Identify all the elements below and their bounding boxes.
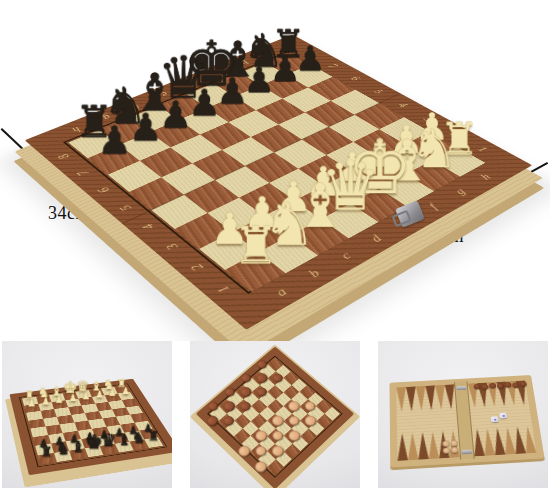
backgammon-point <box>492 427 505 455</box>
board-face: aabbccddeeffgghh1122334455667788 ♜♞♝♛♚♝♞… <box>25 34 532 329</box>
backgammon-point <box>407 432 418 460</box>
backgammon-checker-light <box>451 447 459 453</box>
main-photo-chess-board: 34cm 34cm aabbccddeeffgghh11223344556677… <box>0 0 550 341</box>
thumbnail-chess-setup[interactable]: ♜♞♝♛♚♝♞♜♟♟♟♟♟♟♟♟♟♟♟♟♟♟♟♟♜♞♝♛♚♝♞♜ <box>2 341 172 488</box>
backgammon-point <box>472 429 485 457</box>
backgammon-point <box>482 428 495 456</box>
checker-dark-g7 <box>255 372 269 385</box>
checker-dark-f8 <box>239 372 253 385</box>
checker-dark-h8 <box>255 358 269 370</box>
chess-pieces-layer: ♜♞♝♛♚♝♞♜♟♟♟♟♟♟♟♟♟♟♟♟♟♟♟♟♜♞♝♛♚♝♞♜ <box>25 34 532 329</box>
checker-light-c1 <box>270 444 285 458</box>
checkers-board-face <box>196 346 355 488</box>
mini-chess-board: ♜♞♝♛♚♝♞♜♟♟♟♟♟♟♟♟♟♟♟♟♟♟♟♟♜♞♝♛♚♝♞♜ <box>10 379 172 476</box>
backgammon-point <box>428 431 440 459</box>
piece-white-rook-a1: ♜ <box>220 220 290 271</box>
product-gallery: 34cm 34cm aabbccddeeffgghh11223344556677… <box>0 0 550 488</box>
checkers-board <box>196 347 354 488</box>
thumbnail-checkers-setup[interactable] <box>190 341 360 488</box>
backgammon-point <box>435 385 446 410</box>
backgammon-checker-light <box>443 447 451 453</box>
backgammon-point <box>396 387 406 412</box>
die-icon <box>499 413 507 419</box>
piece-white-pawn-h2: ♟ <box>3 399 61 409</box>
piece-black-rook-h8: ♜ <box>14 445 81 458</box>
thumbnail-backgammon-interior[interactable] <box>378 341 548 488</box>
backgammon-point <box>397 433 408 461</box>
backgammon-point <box>512 426 526 454</box>
checker-light-e1 <box>287 429 302 443</box>
backgammon-point <box>416 386 427 411</box>
backgammon-point <box>406 386 417 411</box>
backgammon-point <box>438 431 450 459</box>
backgammon-checker-light <box>442 441 450 447</box>
hinge-icon <box>462 450 473 455</box>
gallery-thumbnails: ♜♞♝♛♚♝♞♜♟♟♟♟♟♟♟♟♟♟♟♟♟♟♟♟♜♞♝♛♚♝♞♜ <box>0 341 550 488</box>
backgammon-point <box>425 385 436 410</box>
backgammon-checker-light <box>450 440 458 446</box>
checker-dark-e7 <box>239 386 254 399</box>
piece-black-pawn-a7: ♟ <box>83 121 144 159</box>
backgammon-point <box>417 432 428 460</box>
backgammon-field <box>396 381 536 461</box>
backgammon-board <box>389 375 544 467</box>
checker-light-e3 <box>270 414 285 428</box>
backgammon-point <box>448 430 460 458</box>
die-icon <box>491 416 499 422</box>
checkers-pieces-layer <box>196 346 355 488</box>
backgammon-point <box>522 426 536 454</box>
checker-light-c3 <box>254 429 269 443</box>
backgammon-left-panel <box>396 384 460 460</box>
hinge-icon <box>456 386 466 390</box>
backgammon-point <box>502 427 516 455</box>
chess-board: aabbccddeeffgghh1122334455667788 ♜♞♝♛♚♝♞… <box>25 35 532 330</box>
checker-light-g1 <box>303 414 318 428</box>
